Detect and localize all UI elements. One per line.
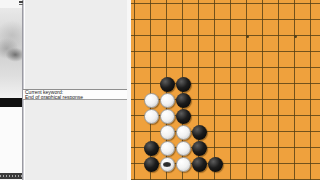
last-move-marker (163, 162, 171, 167)
black-stone[interactable] (208, 157, 223, 172)
grayscale-image-thumbnail (0, 8, 22, 98)
white-stone[interactable] (160, 125, 175, 140)
window-corner-icon (19, 1, 23, 7)
statusbar-fragment (0, 173, 22, 179)
app-window: Current keyword: End of graphical respon… (0, 0, 320, 180)
black-stone[interactable] (176, 109, 191, 124)
black-stone[interactable] (176, 77, 191, 92)
black-stone[interactable] (144, 157, 159, 172)
white-stone[interactable] (160, 141, 175, 156)
background-window (0, 0, 22, 180)
go-board[interactable] (131, 0, 320, 180)
white-stone[interactable] (176, 141, 191, 156)
white-stone[interactable] (176, 125, 191, 140)
star-point (246, 35, 249, 38)
response-line-2: End of graphical response (25, 95, 128, 100)
black-stone[interactable] (192, 125, 207, 140)
black-stone[interactable] (144, 141, 159, 156)
black-stone[interactable] (192, 141, 207, 156)
star-point (294, 35, 297, 38)
response-textbox: Current keyword: End of graphical respon… (23, 89, 128, 100)
black-stone[interactable] (192, 157, 207, 172)
black-stone[interactable] (160, 77, 175, 92)
white-stone[interactable] (144, 93, 159, 108)
white-stone[interactable] (160, 109, 175, 124)
white-stone[interactable] (176, 157, 191, 172)
white-stone[interactable] (144, 109, 159, 124)
background-window-body (0, 107, 22, 173)
image-caption-band (0, 98, 22, 107)
white-stone[interactable] (160, 93, 175, 108)
black-stone[interactable] (176, 93, 191, 108)
